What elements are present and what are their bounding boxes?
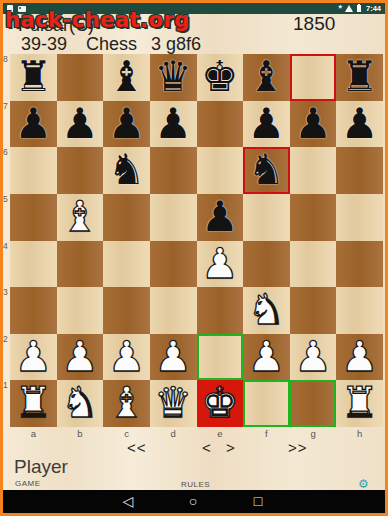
square-a2[interactable]: ♟: [10, 334, 57, 381]
white-pawn: ♟: [290, 334, 337, 380]
square-a5[interactable]: [10, 194, 57, 241]
square-g4[interactable]: [290, 241, 337, 288]
square-b7[interactable]: ♟: [57, 101, 104, 148]
black-king: ♚: [197, 54, 244, 100]
variant-text: Chess: [86, 34, 137, 55]
last-move-button[interactable]: >>: [288, 439, 308, 456]
white-knight: ♞: [57, 380, 104, 426]
last-move-text: 3 g8f6: [151, 34, 201, 55]
square-h7[interactable]: ♟: [336, 101, 383, 148]
white-pawn: ♟: [336, 334, 383, 380]
rank-label-5: 5: [3, 194, 10, 204]
black-pawn: ♟: [10, 101, 57, 147]
square-f1[interactable]: [243, 380, 290, 427]
square-e6[interactable]: [197, 147, 244, 194]
file-label-h: h: [336, 428, 383, 440]
rank-label-1: 1: [3, 380, 10, 390]
square-e5[interactable]: ♟: [197, 194, 244, 241]
square-b5[interactable]: ♝: [57, 194, 104, 241]
square-d1[interactable]: ♛: [150, 380, 197, 427]
square-c4[interactable]: [103, 241, 150, 288]
square-a4[interactable]: [10, 241, 57, 288]
app-screen: * 7:44 hack-cheat.org Pulsar(C) 1850 39-…: [3, 3, 385, 513]
square-e1[interactable]: ♚: [197, 380, 244, 427]
prev-move-button[interactable]: <: [202, 439, 212, 456]
screenshot-frame: * 7:44 hack-cheat.org Pulsar(C) 1850 39-…: [0, 0, 388, 516]
android-nav-bar: ◁ ○ □: [3, 490, 385, 513]
square-a7[interactable]: ♟: [10, 101, 57, 148]
black-rook: ♜: [336, 54, 383, 100]
square-g2[interactable]: ♟: [290, 334, 337, 381]
tab-game[interactable]: GAME: [15, 479, 41, 488]
settings-gear-icon[interactable]: ⚙: [358, 477, 369, 491]
square-a1[interactable]: ♜: [10, 380, 57, 427]
square-g6[interactable]: [290, 147, 337, 194]
chess-board[interactable]: ♜♝♛♚♝♜♟♟♟♟♟♟♟♞♞♝♟♟♞♟♟♟♟♟♟♟♜♞♝♛♚♜: [10, 54, 383, 427]
bluetooth-icon: *: [338, 4, 342, 13]
square-h6[interactable]: [336, 147, 383, 194]
white-pawn: ♟: [150, 334, 197, 380]
square-h8[interactable]: ♜: [336, 54, 383, 101]
white-rook: ♜: [10, 380, 57, 426]
square-d6[interactable]: [150, 147, 197, 194]
black-pawn: ♟: [150, 101, 197, 147]
square-f3[interactable]: ♞: [243, 287, 290, 334]
square-b6[interactable]: [57, 147, 104, 194]
watermark: hack-cheat.org: [5, 8, 190, 32]
file-label-b: b: [57, 428, 104, 440]
square-h4[interactable]: [336, 241, 383, 288]
black-pawn: ♟: [57, 101, 104, 147]
square-a6[interactable]: [10, 147, 57, 194]
square-g3[interactable]: [290, 287, 337, 334]
status-system-icons: * 7:44: [338, 3, 381, 14]
square-d7[interactable]: ♟: [150, 101, 197, 148]
white-king: ♚: [197, 380, 244, 426]
black-rook: ♜: [10, 54, 57, 100]
square-b8[interactable]: [57, 54, 104, 101]
black-pawn: ♟: [103, 101, 150, 147]
rank-label-6: 6: [3, 147, 10, 157]
square-b1[interactable]: ♞: [57, 380, 104, 427]
black-bishop: ♝: [243, 54, 290, 100]
square-c5[interactable]: [103, 194, 150, 241]
square-b2[interactable]: ♟: [57, 334, 104, 381]
white-pawn: ♟: [57, 334, 104, 380]
battery-icon: [357, 5, 361, 12]
square-c7[interactable]: ♟: [103, 101, 150, 148]
file-labels: abcdefgh: [10, 428, 383, 440]
player-label: Player: [14, 456, 68, 478]
square-d5[interactable]: [150, 194, 197, 241]
square-f2[interactable]: ♟: [243, 334, 290, 381]
square-f4[interactable]: [243, 241, 290, 288]
square-d4[interactable]: [150, 241, 197, 288]
square-g7[interactable]: ♟: [290, 101, 337, 148]
square-b4[interactable]: [57, 241, 104, 288]
first-move-button[interactable]: <<: [127, 439, 147, 456]
square-g8[interactable]: [290, 54, 337, 101]
black-pawn: ♟: [336, 101, 383, 147]
square-f8[interactable]: ♝: [243, 54, 290, 101]
file-label-f: f: [243, 428, 290, 440]
wifi-icon: [345, 5, 353, 12]
black-pawn: ♟: [197, 194, 244, 240]
rank-label-4: 4: [3, 241, 10, 251]
rank-label-7: 7: [3, 101, 10, 111]
square-c8[interactable]: ♝: [103, 54, 150, 101]
rank-label-3: 3: [3, 287, 10, 297]
next-move-button[interactable]: >: [226, 439, 236, 456]
score-text: 39-39: [21, 34, 67, 55]
white-pawn: ♟: [243, 334, 290, 380]
white-rook: ♜: [336, 380, 383, 426]
android-home-icon[interactable]: ○: [184, 492, 202, 511]
square-d2[interactable]: ♟: [150, 334, 197, 381]
square-a3[interactable]: [10, 287, 57, 334]
white-bishop: ♝: [103, 380, 150, 426]
square-d8[interactable]: ♛: [150, 54, 197, 101]
rank-label-8: 8: [3, 54, 10, 64]
black-bishop: ♝: [103, 54, 150, 100]
square-d3[interactable]: [150, 287, 197, 334]
square-h1[interactable]: ♜: [336, 380, 383, 427]
square-c6[interactable]: ♞: [103, 147, 150, 194]
white-pawn: ♟: [10, 334, 57, 380]
clock-text: 7:44: [366, 4, 381, 13]
black-pawn: ♟: [243, 101, 290, 147]
white-queen: ♛: [150, 380, 197, 426]
square-g5[interactable]: [290, 194, 337, 241]
engine-rating: 1850: [293, 13, 335, 35]
square-e2[interactable]: [197, 334, 244, 381]
square-f5[interactable]: [243, 194, 290, 241]
square-f6[interactable]: ♞: [243, 147, 290, 194]
white-pawn: ♟: [197, 241, 244, 287]
tab-rules[interactable]: RULES: [181, 480, 210, 489]
android-recents-icon[interactable]: □: [249, 492, 267, 511]
white-pawn: ♟: [103, 334, 150, 380]
file-label-d: d: [150, 428, 197, 440]
square-a8[interactable]: ♜: [10, 54, 57, 101]
square-h3[interactable]: [336, 287, 383, 334]
black-pawn: ♟: [290, 101, 337, 147]
black-knight: ♞: [243, 147, 290, 193]
square-h5[interactable]: [336, 194, 383, 241]
square-c3[interactable]: [103, 287, 150, 334]
square-e8[interactable]: ♚: [197, 54, 244, 101]
rank-label-2: 2: [3, 334, 10, 344]
square-c1[interactable]: ♝: [103, 380, 150, 427]
white-bishop: ♝: [57, 194, 104, 240]
black-queen: ♛: [150, 54, 197, 100]
square-b3[interactable]: [57, 287, 104, 334]
square-f7[interactable]: ♟: [243, 101, 290, 148]
square-g1[interactable]: [290, 380, 337, 427]
square-e4[interactable]: ♟: [197, 241, 244, 288]
black-knight: ♞: [103, 147, 150, 193]
file-label-a: a: [10, 428, 57, 440]
square-c2[interactable]: ♟: [103, 334, 150, 381]
square-e7[interactable]: [197, 101, 244, 148]
square-e3[interactable]: [197, 287, 244, 334]
square-h2[interactable]: ♟: [336, 334, 383, 381]
android-back-icon[interactable]: ◁: [119, 492, 137, 511]
white-knight: ♞: [243, 287, 290, 333]
